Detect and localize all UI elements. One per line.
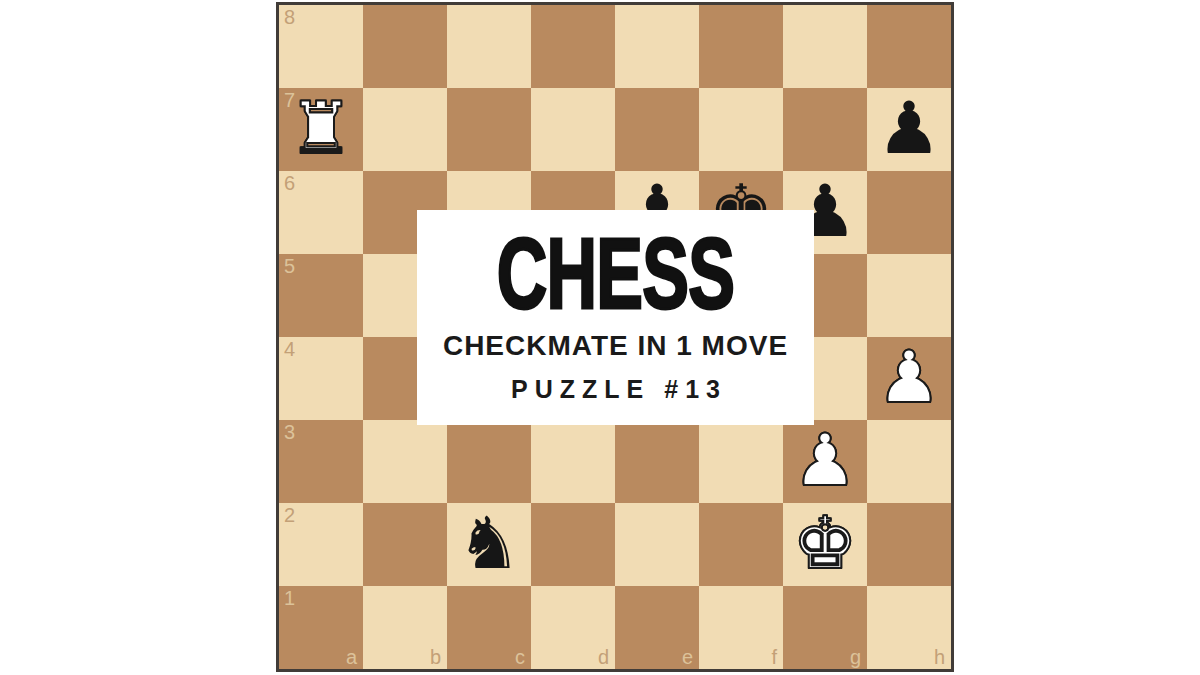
square-a5[interactable]: 5	[279, 254, 363, 337]
rank-label-3: 3	[284, 422, 295, 442]
rank-label-1: 1	[284, 588, 295, 608]
square-e2[interactable]	[615, 503, 699, 586]
square-c7[interactable]	[447, 88, 531, 171]
square-b7[interactable]	[363, 88, 447, 171]
page: 87♜♟6♟♚♟54♟3♟2♞♚1abcdefgh CHESS CHECKMAT…	[0, 0, 1200, 675]
square-g1[interactable]: g	[783, 586, 867, 669]
white-rook-a7[interactable]: ♜	[289, 92, 354, 164]
rank-label-5: 5	[284, 256, 295, 276]
square-h6[interactable]	[867, 171, 951, 254]
square-c8[interactable]	[447, 5, 531, 88]
file-label-f: f	[771, 647, 777, 667]
square-c1[interactable]: c	[447, 586, 531, 669]
square-h8[interactable]	[867, 5, 951, 88]
square-g3[interactable]: ♟	[783, 420, 867, 503]
square-f2[interactable]	[699, 503, 783, 586]
square-f7[interactable]	[699, 88, 783, 171]
square-e1[interactable]: e	[615, 586, 699, 669]
square-d2[interactable]	[531, 503, 615, 586]
file-label-c: c	[515, 647, 525, 667]
rank-label-2: 2	[284, 505, 295, 525]
square-c3[interactable]	[447, 420, 531, 503]
square-a7[interactable]: 7♜	[279, 88, 363, 171]
square-h7[interactable]: ♟	[867, 88, 951, 171]
square-h3[interactable]	[867, 420, 951, 503]
square-d1[interactable]: d	[531, 586, 615, 669]
white-king-g2[interactable]: ♚	[793, 507, 858, 579]
square-h4[interactable]: ♟	[867, 337, 951, 420]
white-pawn-h4[interactable]: ♟	[877, 341, 942, 413]
square-e8[interactable]	[615, 5, 699, 88]
puzzle-overlay-card: CHESS CHECKMATE IN 1 MOVE PUZZLE #13	[417, 210, 814, 425]
square-g2[interactable]: ♚	[783, 503, 867, 586]
card-puzzle-label: PUZZLE #13	[417, 377, 814, 402]
file-label-e: e	[682, 647, 693, 667]
square-g7[interactable]	[783, 88, 867, 171]
square-d7[interactable]	[531, 88, 615, 171]
file-label-g: g	[850, 647, 861, 667]
square-b2[interactable]	[363, 503, 447, 586]
square-a4[interactable]: 4	[279, 337, 363, 420]
black-knight-c2[interactable]: ♞	[457, 507, 522, 579]
file-label-b: b	[430, 647, 441, 667]
square-a2[interactable]: 2	[279, 503, 363, 586]
card-subtitle: CHECKMATE IN 1 MOVE	[417, 332, 814, 360]
square-g8[interactable]	[783, 5, 867, 88]
black-pawn-h7[interactable]: ♟	[877, 92, 942, 164]
square-a8[interactable]: 8	[279, 5, 363, 88]
square-b1[interactable]: b	[363, 586, 447, 669]
square-h5[interactable]	[867, 254, 951, 337]
file-label-d: d	[598, 647, 609, 667]
square-f1[interactable]: f	[699, 586, 783, 669]
square-c2[interactable]: ♞	[447, 503, 531, 586]
square-b8[interactable]	[363, 5, 447, 88]
square-b3[interactable]	[363, 420, 447, 503]
square-h1[interactable]: h	[867, 586, 951, 669]
square-f3[interactable]	[699, 420, 783, 503]
square-a3[interactable]: 3	[279, 420, 363, 503]
square-h2[interactable]	[867, 503, 951, 586]
file-label-h: h	[934, 647, 945, 667]
square-a6[interactable]: 6	[279, 171, 363, 254]
square-e7[interactable]	[615, 88, 699, 171]
rank-label-6: 6	[284, 173, 295, 193]
white-pawn-g3[interactable]: ♟	[793, 424, 858, 496]
square-d3[interactable]	[531, 420, 615, 503]
square-f8[interactable]	[699, 5, 783, 88]
file-label-a: a	[346, 647, 357, 667]
rank-label-4: 4	[284, 339, 295, 359]
square-d8[interactable]	[531, 5, 615, 88]
card-title: CHESS	[477, 223, 755, 323]
square-a1[interactable]: 1a	[279, 586, 363, 669]
rank-label-8: 8	[284, 7, 295, 27]
square-e3[interactable]	[615, 420, 699, 503]
